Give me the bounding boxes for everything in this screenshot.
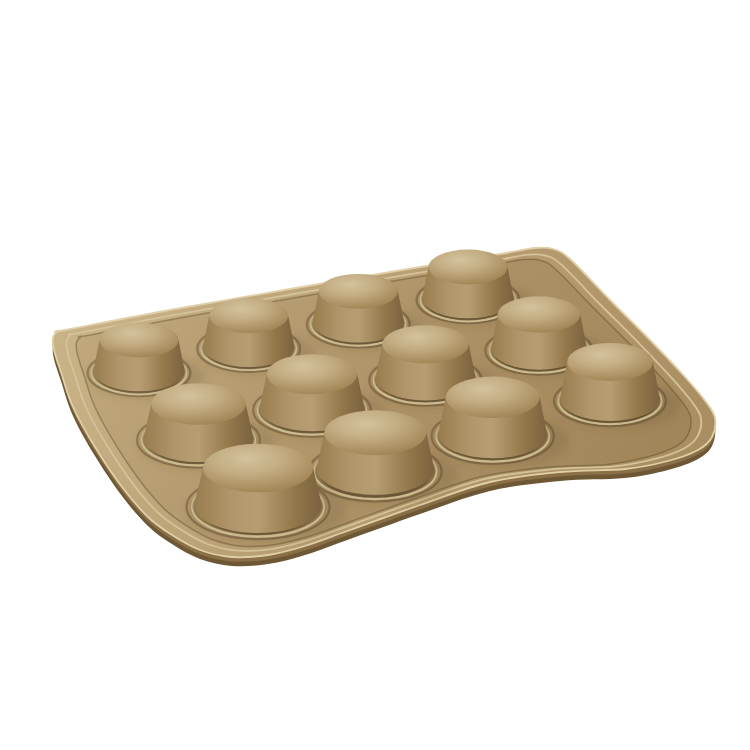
cup-dome-top — [498, 296, 581, 332]
cup-dome-top — [446, 377, 540, 418]
cup-dome-top — [567, 343, 653, 381]
cup-dome-top — [203, 444, 313, 493]
cup-dome-top — [382, 325, 469, 363]
cup-dome-top — [209, 298, 288, 333]
cup-dome-top — [319, 274, 398, 309]
cup-dome-top — [100, 323, 179, 358]
muffin-pan-photo-canvas: ······· — [0, 0, 750, 750]
cup-dome-top — [324, 410, 426, 455]
cup-dome-top — [267, 354, 358, 394]
cup-dome-top — [151, 383, 246, 425]
muffin-pan-product-photo: ······· — [0, 0, 750, 750]
cup-dome-top — [429, 250, 508, 285]
